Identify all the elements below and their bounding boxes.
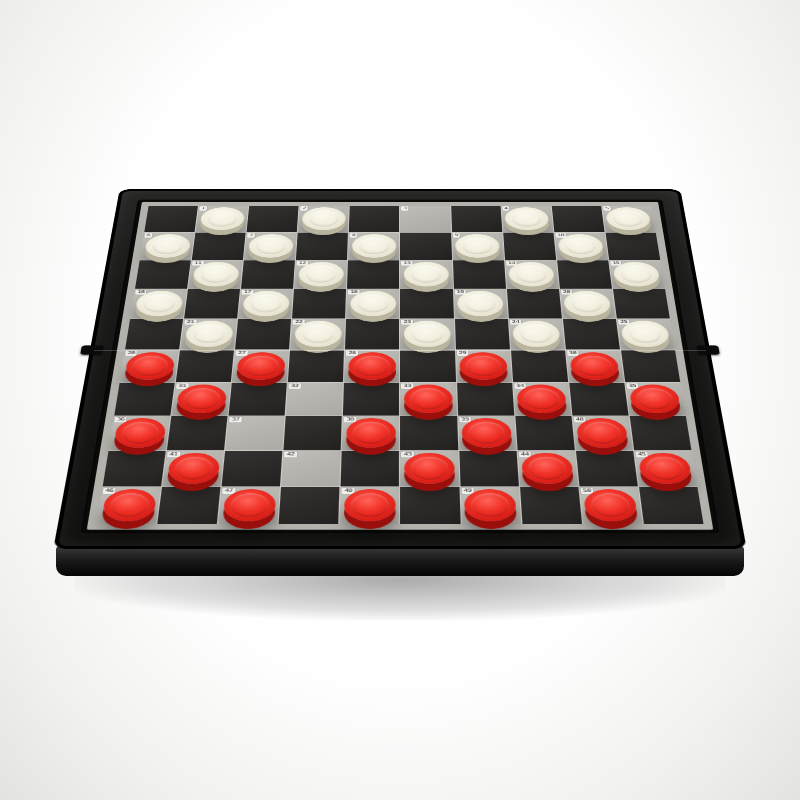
square-46[interactable]: 46 xyxy=(97,487,162,524)
square-dark-r2c10 xyxy=(605,233,660,260)
checker-red-40[interactable] xyxy=(576,418,629,448)
square-42[interactable]: 42 xyxy=(281,451,341,487)
square-4[interactable]: 4 xyxy=(501,206,553,232)
square-8[interactable]: 8 xyxy=(348,233,399,260)
checker-white-12[interactable] xyxy=(298,262,344,287)
checker-white-2[interactable] xyxy=(301,207,345,230)
square-21[interactable]: 21 xyxy=(180,319,237,349)
square-dark-r7c3 xyxy=(229,383,287,416)
checker-red-29[interactable] xyxy=(459,352,508,379)
checker-red-33[interactable] xyxy=(404,384,453,413)
checker-red-38[interactable] xyxy=(346,418,396,448)
square-dark-r3c7 xyxy=(453,261,506,289)
square-dark-r6c8 xyxy=(511,350,568,382)
checker-red-50[interactable] xyxy=(583,489,638,521)
checker-white-24[interactable] xyxy=(512,321,561,347)
square-27[interactable]: 27 xyxy=(232,350,289,382)
checker-white-7[interactable] xyxy=(248,234,294,258)
square-38[interactable]: 38 xyxy=(342,416,399,450)
checker-white-15[interactable] xyxy=(613,262,662,287)
square-dark-r8c2 xyxy=(167,416,228,450)
square-dark-r7c7 xyxy=(457,383,514,416)
square-dark-r6c6 xyxy=(400,350,455,382)
checker-red-43[interactable] xyxy=(404,453,455,484)
checker-red-47[interactable] xyxy=(222,489,276,521)
square-29[interactable]: 29 xyxy=(456,350,512,382)
square-number-tag: 2 xyxy=(300,206,307,210)
square-dark-r8c4 xyxy=(284,416,342,450)
square-dark-r7c9 xyxy=(569,383,628,416)
square-dark-r3c3 xyxy=(241,261,295,289)
square-number-tag: 1 xyxy=(199,206,207,210)
square-9[interactable]: 9 xyxy=(452,233,504,260)
square-18[interactable]: 18 xyxy=(346,289,399,318)
square-2[interactable]: 2 xyxy=(298,206,349,232)
checker-red-48[interactable] xyxy=(344,489,396,521)
square-43[interactable]: 43 xyxy=(401,451,460,487)
checker-white-18[interactable] xyxy=(350,291,396,316)
checker-red-36[interactable] xyxy=(113,418,167,448)
checker-white-21[interactable] xyxy=(184,321,234,347)
square-16[interactable]: 16 xyxy=(130,289,187,318)
square-6[interactable]: 6 xyxy=(140,233,195,260)
square-36[interactable]: 36 xyxy=(109,416,171,450)
checker-white-22[interactable] xyxy=(294,321,342,347)
square-12[interactable]: 12 xyxy=(294,261,347,289)
square-44[interactable]: 44 xyxy=(517,451,578,487)
square-dark-r3c1 xyxy=(135,261,191,289)
square-number-tag: 6 xyxy=(144,233,152,237)
square-dark-r9c5 xyxy=(341,451,399,487)
square-dark-r1c1 xyxy=(144,206,198,232)
tray-front-side xyxy=(56,546,744,576)
square-15[interactable]: 15 xyxy=(609,261,665,289)
square-dark-r5c9 xyxy=(563,319,620,349)
board-margin: 1234567891011121314151617181920212223242… xyxy=(87,202,714,530)
square-number-tag: 37 xyxy=(229,417,241,423)
square-48[interactable]: 48 xyxy=(340,487,400,524)
square-dark-r9c7 xyxy=(459,451,519,487)
square-5[interactable]: 5 xyxy=(602,206,656,232)
square-dark-r10c10 xyxy=(639,487,704,524)
square-number-tag: 42 xyxy=(284,451,297,457)
square-34[interactable]: 34 xyxy=(513,383,571,416)
square-31[interactable]: 31 xyxy=(172,383,231,416)
square-dark-r9c9 xyxy=(576,451,638,487)
square-26[interactable]: 26 xyxy=(120,350,179,382)
square-number-tag: 7 xyxy=(247,233,255,237)
checker-white-20[interactable] xyxy=(563,291,612,316)
square-number-tag: 8 xyxy=(350,233,357,237)
square-dark-r6c2 xyxy=(176,350,234,382)
square-37[interactable]: 37 xyxy=(225,416,285,450)
square-dark-r2c2 xyxy=(192,233,246,260)
checker-red-46[interactable] xyxy=(101,489,157,521)
square-number-tag: 9 xyxy=(453,233,460,237)
square-35[interactable]: 35 xyxy=(625,383,686,416)
checker-red-26[interactable] xyxy=(124,352,175,379)
photo-backdrop: 1234567891011121314151617181920212223242… xyxy=(0,0,800,800)
checker-white-23[interactable] xyxy=(404,321,451,347)
square-dark-r10c6 xyxy=(401,487,461,524)
square-7[interactable]: 7 xyxy=(244,233,297,260)
square-dark-r9c1 xyxy=(103,451,166,487)
square-dark-r6c10 xyxy=(621,350,680,382)
square-dark-r10c4 xyxy=(279,487,340,524)
square-dark-r3c5 xyxy=(347,261,399,289)
square-dark-r4c6 xyxy=(400,289,453,318)
fold-seam xyxy=(94,350,706,351)
checker-red-35[interactable] xyxy=(629,384,682,413)
square-number-tag: 5 xyxy=(603,206,611,210)
checker-red-44[interactable] xyxy=(521,453,574,484)
square-14[interactable]: 14 xyxy=(505,261,559,289)
checker-red-30[interactable] xyxy=(570,352,621,379)
square-49[interactable]: 49 xyxy=(460,487,521,524)
checker-red-34[interactable] xyxy=(517,384,568,413)
draughts-board: 1234567891011121314151617181920212223242… xyxy=(97,206,704,524)
tray-inner-lip: 1234567891011121314151617181920212223242… xyxy=(81,200,720,534)
square-dark-r2c8 xyxy=(503,233,556,260)
square-28[interactable]: 28 xyxy=(344,350,399,382)
checker-white-16[interactable] xyxy=(134,291,183,316)
square-dark-r1c3 xyxy=(247,206,299,232)
checker-white-14[interactable] xyxy=(508,262,555,287)
square-dark-r8c6 xyxy=(401,416,458,450)
square-dark-r4c10 xyxy=(613,289,670,318)
square-39[interactable]: 39 xyxy=(458,416,516,450)
square-dark-r5c1 xyxy=(125,319,183,349)
square-dark-r10c8 xyxy=(520,487,582,524)
square-10[interactable]: 10 xyxy=(554,233,608,260)
checker-white-13[interactable] xyxy=(404,262,449,287)
square-1[interactable]: 1 xyxy=(196,206,249,232)
square-dark-r4c8 xyxy=(507,289,562,318)
checker-white-4[interactable] xyxy=(505,207,550,230)
square-45[interactable]: 45 xyxy=(634,451,697,487)
square-23[interactable]: 23 xyxy=(400,319,454,349)
checker-white-19[interactable] xyxy=(457,291,504,316)
checker-white-6[interactable] xyxy=(143,234,191,258)
checker-white-1[interactable] xyxy=(199,207,245,230)
square-dark-r4c2 xyxy=(184,289,240,318)
checker-white-11[interactable] xyxy=(192,262,240,287)
square-32[interactable]: 32 xyxy=(286,383,343,416)
square-dark-r6c4 xyxy=(288,350,344,382)
square-dark-r2c6 xyxy=(400,233,451,260)
square-number-tag: 4 xyxy=(502,206,509,210)
square-dark-r7c1 xyxy=(114,383,175,416)
square-dark-r8c8 xyxy=(515,416,575,450)
square-dark-r3c9 xyxy=(557,261,612,289)
checker-red-39[interactable] xyxy=(462,418,513,448)
square-dark-r8c10 xyxy=(630,416,692,450)
square-20[interactable]: 20 xyxy=(560,289,616,318)
square-number-tag: 3 xyxy=(401,206,408,210)
checker-red-27[interactable] xyxy=(236,352,286,379)
board-tray: 1234567891011121314151617181920212223242… xyxy=(53,189,746,549)
square-30[interactable]: 30 xyxy=(566,350,624,382)
square-dark-r7c5 xyxy=(343,383,399,416)
checker-white-5[interactable] xyxy=(605,207,652,230)
square-47[interactable]: 47 xyxy=(218,487,280,524)
square-dark-r1c9 xyxy=(552,206,605,232)
square-33[interactable]: 33 xyxy=(400,383,456,416)
square-dark-r5c3 xyxy=(235,319,291,349)
square-dark-r1c7 xyxy=(451,206,502,232)
checker-red-49[interactable] xyxy=(464,489,517,521)
square-number-tag: 32 xyxy=(289,383,301,388)
square-dark-r9c3 xyxy=(222,451,283,487)
checker-white-8[interactable] xyxy=(352,234,396,258)
checker-red-28[interactable] xyxy=(348,352,396,379)
square-41[interactable]: 41 xyxy=(162,451,224,487)
checker-white-25[interactable] xyxy=(621,321,671,347)
square-25[interactable]: 25 xyxy=(617,319,675,349)
square-19[interactable]: 19 xyxy=(454,289,508,318)
checker-red-45[interactable] xyxy=(638,453,693,484)
square-40[interactable]: 40 xyxy=(572,416,633,450)
square-dark-r4c4 xyxy=(292,289,346,318)
square-dark-r5c5 xyxy=(345,319,399,349)
square-50[interactable]: 50 xyxy=(579,487,642,524)
square-3[interactable]: 3 xyxy=(400,206,450,232)
square-17[interactable]: 17 xyxy=(238,289,293,318)
square-dark-r5c7 xyxy=(455,319,510,349)
square-13[interactable]: 13 xyxy=(400,261,452,289)
square-24[interactable]: 24 xyxy=(509,319,565,349)
square-dark-r2c4 xyxy=(296,233,348,260)
checker-white-10[interactable] xyxy=(558,234,605,258)
checker-white-9[interactable] xyxy=(455,234,500,258)
square-22[interactable]: 22 xyxy=(290,319,345,349)
checker-red-41[interactable] xyxy=(166,453,220,484)
checker-white-17[interactable] xyxy=(242,291,290,316)
square-dark-r10c2 xyxy=(157,487,220,524)
square-11[interactable]: 11 xyxy=(188,261,243,289)
checker-red-31[interactable] xyxy=(176,384,228,413)
square-dark-r1c5 xyxy=(349,206,399,232)
